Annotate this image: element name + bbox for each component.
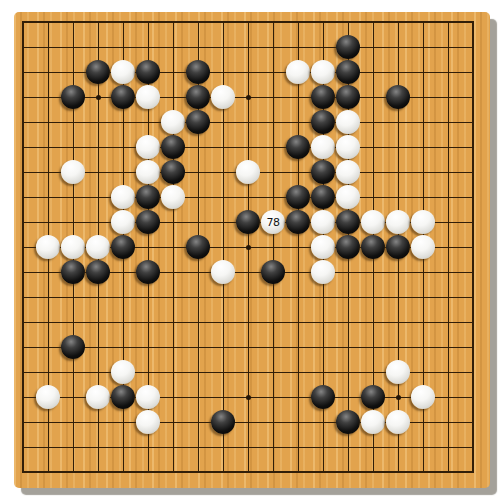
stone-white <box>111 185 135 209</box>
stone-white <box>386 410 410 434</box>
stone-white <box>211 260 235 284</box>
stone-black <box>61 260 85 284</box>
stone-white <box>361 410 385 434</box>
star-point <box>96 95 101 100</box>
page: 78 <box>0 0 500 500</box>
stone-black <box>336 35 360 59</box>
stone-black <box>311 110 335 134</box>
stone-black <box>86 260 110 284</box>
go-board[interactable]: 78 <box>14 12 490 488</box>
stone-black <box>386 85 410 109</box>
star-point <box>396 395 401 400</box>
stone-white <box>411 210 435 234</box>
stone-black <box>186 85 210 109</box>
stone-black <box>161 160 185 184</box>
stone-black <box>136 185 160 209</box>
stone-black <box>311 185 335 209</box>
stone-black <box>236 210 260 234</box>
stone-white <box>136 135 160 159</box>
stone-white <box>311 260 335 284</box>
stone-black <box>311 160 335 184</box>
stone-black <box>136 60 160 84</box>
stone-black <box>136 260 160 284</box>
stone-white <box>111 60 135 84</box>
stone-white <box>61 235 85 259</box>
stone-black <box>286 185 310 209</box>
stone-white <box>411 385 435 409</box>
stone-white <box>61 160 85 184</box>
last-move-stone: 78 <box>261 210 285 234</box>
stone-white <box>311 60 335 84</box>
stone-black <box>136 210 160 234</box>
stone-white <box>86 385 110 409</box>
stone-black <box>311 85 335 109</box>
stone-black <box>86 60 110 84</box>
stone-black <box>111 85 135 109</box>
stone-white <box>111 360 135 384</box>
stone-white <box>136 385 160 409</box>
stone-black <box>211 410 235 434</box>
stone-black <box>61 335 85 359</box>
stone-black <box>186 110 210 134</box>
stone-black <box>336 235 360 259</box>
stone-white <box>311 235 335 259</box>
stone-black <box>186 60 210 84</box>
stone-black <box>361 235 385 259</box>
stone-white <box>361 210 385 234</box>
stone-white <box>86 235 110 259</box>
stone-white <box>336 135 360 159</box>
stone-black <box>111 235 135 259</box>
star-point <box>246 395 251 400</box>
stone-black <box>61 85 85 109</box>
stone-black <box>286 210 310 234</box>
stone-white <box>336 110 360 134</box>
stone-white <box>386 360 410 384</box>
stone-white <box>111 210 135 234</box>
star-point <box>246 245 251 250</box>
stone-black <box>361 385 385 409</box>
stone-white <box>336 160 360 184</box>
stone-white <box>211 85 235 109</box>
stone-white <box>161 185 185 209</box>
move-number-label: 78 <box>267 217 280 228</box>
star-point <box>246 95 251 100</box>
stone-white <box>136 410 160 434</box>
stone-white <box>336 185 360 209</box>
stone-white <box>311 135 335 159</box>
stone-white <box>36 235 60 259</box>
stone-black <box>186 235 210 259</box>
stone-black <box>286 135 310 159</box>
stone-black <box>161 135 185 159</box>
stone-white <box>236 160 260 184</box>
stone-white <box>136 160 160 184</box>
stone-white <box>136 85 160 109</box>
stone-white <box>36 385 60 409</box>
stone-black <box>336 85 360 109</box>
stone-black <box>336 210 360 234</box>
stone-black <box>311 385 335 409</box>
stone-black <box>111 385 135 409</box>
stone-black <box>386 235 410 259</box>
stone-black <box>336 410 360 434</box>
stone-white <box>411 235 435 259</box>
stone-black <box>261 260 285 284</box>
stone-black <box>336 60 360 84</box>
stone-white <box>386 210 410 234</box>
stone-white <box>311 210 335 234</box>
stone-white <box>286 60 310 84</box>
stone-white <box>161 110 185 134</box>
